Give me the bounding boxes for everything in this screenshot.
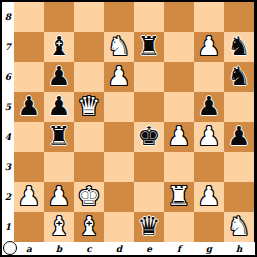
piece-white-knight[interactable]: ♞ — [224, 212, 254, 242]
square-b8[interactable] — [44, 2, 74, 32]
square-f2[interactable]: ♜ — [164, 182, 194, 212]
square-f1[interactable] — [164, 212, 194, 242]
piece-white-queen[interactable]: ♛ — [74, 92, 104, 122]
square-f6[interactable] — [164, 62, 194, 92]
file-label-e: e — [134, 242, 164, 255]
square-h1[interactable]: ♞ — [224, 212, 254, 242]
piece-black-pawn[interactable]: ♟ — [44, 62, 74, 92]
square-g7[interactable]: ♟ — [194, 32, 224, 62]
square-g6[interactable] — [194, 62, 224, 92]
file-label-f: f — [164, 242, 194, 255]
piece-white-pawn[interactable]: ♟ — [14, 182, 44, 212]
piece-black-pawn[interactable]: ♟ — [194, 92, 224, 122]
piece-white-pawn[interactable]: ♟ — [194, 122, 224, 152]
piece-black-king[interactable]: ♚ — [134, 122, 164, 152]
square-a3[interactable] — [14, 152, 44, 182]
rank-label-1: 1 — [2, 212, 14, 242]
file-label-g: g — [194, 242, 224, 255]
square-h7[interactable]: ♞ — [224, 32, 254, 62]
square-b1[interactable]: ♝ — [44, 212, 74, 242]
square-e4[interactable]: ♚ — [134, 122, 164, 152]
file-label-a: a — [14, 242, 44, 255]
rank-label-5: 5 — [2, 92, 14, 122]
square-f7[interactable] — [164, 32, 194, 62]
square-b6[interactable]: ♟ — [44, 62, 74, 92]
square-c8[interactable] — [74, 2, 104, 32]
square-c1[interactable]: ♝ — [74, 212, 104, 242]
rank-labels-column: 87654321 — [2, 2, 14, 242]
file-label-d: d — [104, 242, 134, 255]
square-g4[interactable]: ♟ — [194, 122, 224, 152]
square-e1[interactable]: ♛ — [134, 212, 164, 242]
piece-white-pawn[interactable]: ♟ — [104, 62, 134, 92]
piece-black-pawn[interactable]: ♟ — [14, 92, 44, 122]
rank-label-2: 2 — [2, 182, 14, 212]
square-e8[interactable] — [134, 2, 164, 32]
square-f4[interactable]: ♟ — [164, 122, 194, 152]
square-h8[interactable] — [224, 2, 254, 32]
square-g8[interactable] — [194, 2, 224, 32]
square-d1[interactable] — [104, 212, 134, 242]
square-a2[interactable]: ♟ — [14, 182, 44, 212]
square-a5[interactable]: ♟ — [14, 92, 44, 122]
rank-label-4: 4 — [2, 122, 14, 152]
square-e3[interactable] — [134, 152, 164, 182]
piece-black-rook[interactable]: ♜ — [134, 32, 164, 62]
bottom-label-strip: abcdefgh — [2, 242, 255, 255]
square-a8[interactable] — [14, 2, 44, 32]
piece-white-knight[interactable]: ♞ — [104, 32, 134, 62]
square-a6[interactable] — [14, 62, 44, 92]
square-b5[interactable]: ♟ — [44, 92, 74, 122]
square-e5[interactable] — [134, 92, 164, 122]
square-d3[interactable] — [104, 152, 134, 182]
square-d4[interactable] — [104, 122, 134, 152]
square-g1[interactable] — [194, 212, 224, 242]
piece-black-knight[interactable]: ♞ — [224, 32, 254, 62]
square-c6[interactable] — [74, 62, 104, 92]
square-e2[interactable] — [134, 182, 164, 212]
square-b7[interactable]: ♝ — [44, 32, 74, 62]
square-f3[interactable] — [164, 152, 194, 182]
piece-white-pawn[interactable]: ♟ — [194, 182, 224, 212]
piece-black-queen[interactable]: ♛ — [134, 212, 164, 242]
file-label-h: h — [224, 242, 254, 255]
square-b3[interactable] — [44, 152, 74, 182]
piece-white-bishop[interactable]: ♝ — [44, 212, 74, 242]
file-labels-row: abcdefgh — [14, 242, 254, 255]
square-d6[interactable]: ♟ — [104, 62, 134, 92]
square-h2[interactable] — [224, 182, 254, 212]
square-a4[interactable] — [14, 122, 44, 152]
piece-white-rook[interactable]: ♜ — [164, 182, 194, 212]
piece-white-pawn[interactable]: ♟ — [164, 122, 194, 152]
square-f8[interactable] — [164, 2, 194, 32]
chess-board: ♝♞♜♟♞♟♟♞♟♟♛♟♜♚♟♟♟♟♟♚♜♟♝♝♛♞ — [14, 2, 254, 242]
square-c4[interactable] — [74, 122, 104, 152]
chess-board-frame: 87654321 ♝♞♜♟♞♟♟♞♟♟♛♟♜♚♟♟♟♟♟♚♜♟♝♝♛♞ abcd… — [0, 0, 257, 257]
rank-label-3: 3 — [2, 152, 14, 182]
square-f5[interactable] — [164, 92, 194, 122]
square-g5[interactable]: ♟ — [194, 92, 224, 122]
square-d7[interactable]: ♞ — [104, 32, 134, 62]
square-c5[interactable]: ♛ — [74, 92, 104, 122]
piece-white-pawn[interactable]: ♟ — [44, 182, 74, 212]
square-h5[interactable] — [224, 92, 254, 122]
piece-black-rook[interactable]: ♜ — [44, 122, 74, 152]
rank-label-8: 8 — [2, 2, 14, 32]
piece-black-pawn[interactable]: ♟ — [224, 122, 254, 152]
piece-white-king[interactable]: ♚ — [74, 182, 104, 212]
piece-black-knight[interactable]: ♞ — [224, 62, 254, 92]
piece-black-pawn[interactable]: ♟ — [44, 92, 74, 122]
square-a1[interactable] — [14, 212, 44, 242]
square-e6[interactable] — [134, 62, 164, 92]
square-b2[interactable]: ♟ — [44, 182, 74, 212]
square-d8[interactable] — [104, 2, 134, 32]
file-label-b: b — [44, 242, 74, 255]
square-e7[interactable]: ♜ — [134, 32, 164, 62]
piece-white-pawn[interactable]: ♟ — [194, 32, 224, 62]
piece-white-bishop[interactable]: ♝ — [74, 212, 104, 242]
square-c2[interactable]: ♚ — [74, 182, 104, 212]
square-c7[interactable] — [74, 32, 104, 62]
piece-black-bishop[interactable]: ♝ — [44, 32, 74, 62]
square-d5[interactable] — [104, 92, 134, 122]
square-g3[interactable] — [194, 152, 224, 182]
square-h4[interactable]: ♟ — [224, 122, 254, 152]
square-h6[interactable]: ♞ — [224, 62, 254, 92]
square-b4[interactable]: ♜ — [44, 122, 74, 152]
square-h3[interactable] — [224, 152, 254, 182]
rank-label-7: 7 — [2, 32, 14, 62]
square-d2[interactable] — [104, 182, 134, 212]
file-label-c: c — [74, 242, 104, 255]
square-g2[interactable]: ♟ — [194, 182, 224, 212]
rank-label-6: 6 — [2, 62, 14, 92]
square-a7[interactable] — [14, 32, 44, 62]
square-c3[interactable] — [74, 152, 104, 182]
